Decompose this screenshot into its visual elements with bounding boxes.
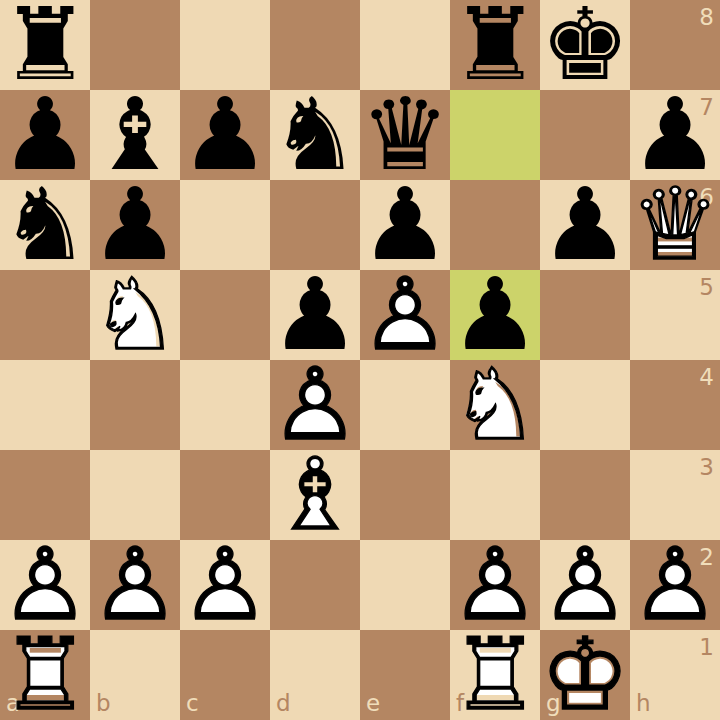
white-piece-outline: ♙ bbox=[180, 540, 270, 630]
white-piece-outline: ♗ bbox=[270, 450, 360, 540]
square-b2[interactable]: ♟♙ bbox=[90, 540, 180, 630]
black-knight[interactable]: ♞ bbox=[0, 180, 90, 270]
white-knight[interactable]: ♞♘ bbox=[450, 360, 540, 450]
square-g6[interactable]: ♟ bbox=[540, 180, 630, 270]
square-e1[interactable]: e bbox=[360, 630, 450, 720]
white-piece-outline: ♖ bbox=[450, 630, 540, 720]
square-g8[interactable]: ♚ bbox=[540, 0, 630, 90]
white-piece-outline: ♖ bbox=[0, 630, 90, 720]
square-a4[interactable] bbox=[0, 360, 90, 450]
white-rook[interactable]: ♜♖ bbox=[0, 630, 90, 720]
square-a1[interactable]: ♜♖a bbox=[0, 630, 90, 720]
square-b4[interactable] bbox=[90, 360, 180, 450]
file-label-b: b bbox=[96, 692, 111, 715]
square-d1[interactable]: d bbox=[270, 630, 360, 720]
square-c2[interactable]: ♟♙ bbox=[180, 540, 270, 630]
white-piece-outline: ♙ bbox=[360, 270, 450, 360]
black-king[interactable]: ♚ bbox=[540, 0, 630, 90]
square-g5[interactable] bbox=[540, 270, 630, 360]
white-piece-outline: ♔ bbox=[540, 630, 630, 720]
file-label-e: e bbox=[366, 692, 380, 715]
rank-label-4: 4 bbox=[699, 366, 714, 389]
white-piece-outline: ♙ bbox=[90, 540, 180, 630]
square-c4[interactable] bbox=[180, 360, 270, 450]
white-queen[interactable]: ♛♕ bbox=[630, 180, 720, 270]
square-f4[interactable]: ♞♘ bbox=[450, 360, 540, 450]
white-pawn[interactable]: ♟♙ bbox=[180, 540, 270, 630]
square-c1[interactable]: c bbox=[180, 630, 270, 720]
square-f8[interactable]: ♜ bbox=[450, 0, 540, 90]
square-c7[interactable]: ♟ bbox=[180, 90, 270, 180]
white-bishop[interactable]: ♝♗ bbox=[270, 450, 360, 540]
square-e4[interactable] bbox=[360, 360, 450, 450]
file-label-h: h bbox=[636, 692, 651, 715]
square-c5[interactable] bbox=[180, 270, 270, 360]
file-label-c: c bbox=[186, 692, 199, 715]
chess-board: ♜♜♚8♟♝♟♞♛♟7♞♟♟♟♛♕6♞♘♟♟♙♟5♟♙♞♘4♝♗3♟♙♟♙♟♙♟… bbox=[0, 0, 720, 720]
white-piece-outline: ♙ bbox=[630, 540, 720, 630]
square-d3[interactable]: ♝♗ bbox=[270, 450, 360, 540]
white-pawn[interactable]: ♟♙ bbox=[630, 540, 720, 630]
black-pawn[interactable]: ♟ bbox=[540, 180, 630, 270]
square-d7[interactable]: ♞ bbox=[270, 90, 360, 180]
white-piece-outline: ♘ bbox=[450, 360, 540, 450]
square-g1[interactable]: ♚♔g bbox=[540, 630, 630, 720]
square-b1[interactable]: b bbox=[90, 630, 180, 720]
black-knight[interactable]: ♞ bbox=[270, 90, 360, 180]
file-label-d: d bbox=[276, 692, 291, 715]
white-rook[interactable]: ♜♖ bbox=[450, 630, 540, 720]
white-piece-outline: ♕ bbox=[630, 180, 720, 270]
rank-label-3: 3 bbox=[699, 456, 714, 479]
white-pawn[interactable]: ♟♙ bbox=[90, 540, 180, 630]
square-f1[interactable]: ♜♖f bbox=[450, 630, 540, 720]
square-h1[interactable]: 1h bbox=[630, 630, 720, 720]
square-b5[interactable]: ♞♘ bbox=[90, 270, 180, 360]
square-h6[interactable]: ♛♕6 bbox=[630, 180, 720, 270]
square-c6[interactable] bbox=[180, 180, 270, 270]
white-piece-outline: ♘ bbox=[90, 270, 180, 360]
square-a5[interactable] bbox=[0, 270, 90, 360]
black-rook[interactable]: ♜ bbox=[450, 0, 540, 90]
square-e3[interactable] bbox=[360, 450, 450, 540]
square-a6[interactable]: ♞ bbox=[0, 180, 90, 270]
square-d2[interactable] bbox=[270, 540, 360, 630]
white-knight[interactable]: ♞♘ bbox=[90, 270, 180, 360]
white-pawn[interactable]: ♟♙ bbox=[360, 270, 450, 360]
square-h4[interactable]: 4 bbox=[630, 360, 720, 450]
white-king[interactable]: ♚♔ bbox=[540, 630, 630, 720]
square-h2[interactable]: ♟♙2 bbox=[630, 540, 720, 630]
square-g4[interactable] bbox=[540, 360, 630, 450]
square-e2[interactable] bbox=[360, 540, 450, 630]
black-pawn[interactable]: ♟ bbox=[180, 90, 270, 180]
square-f7[interactable] bbox=[450, 90, 540, 180]
square-h5[interactable]: 5 bbox=[630, 270, 720, 360]
square-e5[interactable]: ♟♙ bbox=[360, 270, 450, 360]
rank-label-8: 8 bbox=[699, 6, 714, 29]
